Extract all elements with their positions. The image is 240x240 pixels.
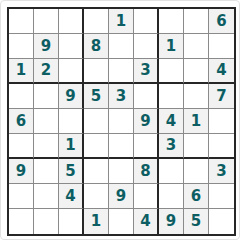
cell-r1c3[interactable] xyxy=(59,9,84,34)
cell-r2c7: 1 xyxy=(159,34,184,59)
cell-r5c4[interactable] xyxy=(84,109,109,134)
sudoku-board: 169811234953769411395834961495 xyxy=(7,7,236,236)
cell-r8c4[interactable] xyxy=(84,184,109,209)
cell-r6c8[interactable] xyxy=(184,134,209,159)
cell-r9c3[interactable] xyxy=(59,209,84,234)
cell-r7c1: 9 xyxy=(9,159,34,184)
cell-r6c7: 3 xyxy=(159,134,184,159)
cell-r6c2[interactable] xyxy=(34,134,59,159)
cell-r9c6: 4 xyxy=(134,209,159,234)
cell-r9c8: 5 xyxy=(184,209,209,234)
cell-r2c4: 8 xyxy=(84,34,109,59)
cell-r2c1[interactable] xyxy=(9,34,34,59)
cell-r9c9[interactable] xyxy=(209,209,234,234)
cell-r4c2[interactable] xyxy=(34,84,59,109)
cell-r9c2[interactable] xyxy=(34,209,59,234)
cell-r7c7[interactable] xyxy=(159,159,184,184)
cell-r6c4[interactable] xyxy=(84,134,109,159)
cell-r8c3: 4 xyxy=(59,184,84,209)
cell-r4c3: 9 xyxy=(59,84,84,109)
cell-r3c2: 2 xyxy=(34,59,59,84)
cell-r5c6: 9 xyxy=(134,109,159,134)
cell-r3c4[interactable] xyxy=(84,59,109,84)
cell-r6c3: 1 xyxy=(59,134,84,159)
cell-r1c6[interactable] xyxy=(134,9,159,34)
cell-r1c5: 1 xyxy=(109,9,134,34)
cell-r7c5[interactable] xyxy=(109,159,134,184)
cell-r2c8[interactable] xyxy=(184,34,209,59)
cell-r9c7: 9 xyxy=(159,209,184,234)
cell-r1c7[interactable] xyxy=(159,9,184,34)
cell-r7c9: 3 xyxy=(209,159,234,184)
cell-r2c3[interactable] xyxy=(59,34,84,59)
cell-r6c6[interactable] xyxy=(134,134,159,159)
cell-r9c4: 1 xyxy=(84,209,109,234)
cell-r2c2: 9 xyxy=(34,34,59,59)
cell-r1c8[interactable] xyxy=(184,9,209,34)
cell-r3c1: 1 xyxy=(9,59,34,84)
cell-r6c1[interactable] xyxy=(9,134,34,159)
cell-r9c1[interactable] xyxy=(9,209,34,234)
cell-r7c6: 8 xyxy=(134,159,159,184)
cell-r2c5[interactable] xyxy=(109,34,134,59)
cell-r5c5[interactable] xyxy=(109,109,134,134)
cell-r4c5: 3 xyxy=(109,84,134,109)
cell-r7c8[interactable] xyxy=(184,159,209,184)
cell-r2c6[interactable] xyxy=(134,34,159,59)
cell-r5c2[interactable] xyxy=(34,109,59,134)
cell-r3c8[interactable] xyxy=(184,59,209,84)
cell-r5c3[interactable] xyxy=(59,109,84,134)
cell-r3c3[interactable] xyxy=(59,59,84,84)
cell-r7c2[interactable] xyxy=(34,159,59,184)
cell-r2c9[interactable] xyxy=(209,34,234,59)
cell-r1c9: 6 xyxy=(209,9,234,34)
cell-r4c6[interactable] xyxy=(134,84,159,109)
cell-r4c4: 5 xyxy=(84,84,109,109)
cell-r7c4[interactable] xyxy=(84,159,109,184)
cell-r5c9[interactable] xyxy=(209,109,234,134)
cell-r5c7: 4 xyxy=(159,109,184,134)
cell-r1c1[interactable] xyxy=(9,9,34,34)
cell-r4c7[interactable] xyxy=(159,84,184,109)
cell-r7c3: 5 xyxy=(59,159,84,184)
cell-r3c5[interactable] xyxy=(109,59,134,84)
cell-r6c9[interactable] xyxy=(209,134,234,159)
cell-r1c4[interactable] xyxy=(84,9,109,34)
cell-r4c8[interactable] xyxy=(184,84,209,109)
cell-r8c8: 6 xyxy=(184,184,209,209)
cell-r8c2[interactable] xyxy=(34,184,59,209)
cell-r8c7[interactable] xyxy=(159,184,184,209)
cell-r5c1: 6 xyxy=(9,109,34,134)
cell-r6c5[interactable] xyxy=(109,134,134,159)
sudoku-widget: 169811234953769411395834961495 xyxy=(0,0,240,240)
cell-r1c2[interactable] xyxy=(34,9,59,34)
cell-r3c6: 3 xyxy=(134,59,159,84)
cell-r8c1[interactable] xyxy=(9,184,34,209)
cell-r8c9[interactable] xyxy=(209,184,234,209)
cell-r4c1[interactable] xyxy=(9,84,34,109)
cell-r3c9: 4 xyxy=(209,59,234,84)
cell-r9c5[interactable] xyxy=(109,209,134,234)
cell-r4c9: 7 xyxy=(209,84,234,109)
cell-r5c8: 1 xyxy=(184,109,209,134)
cell-r8c6[interactable] xyxy=(134,184,159,209)
cell-r3c7[interactable] xyxy=(159,59,184,84)
cell-r8c5: 9 xyxy=(109,184,134,209)
